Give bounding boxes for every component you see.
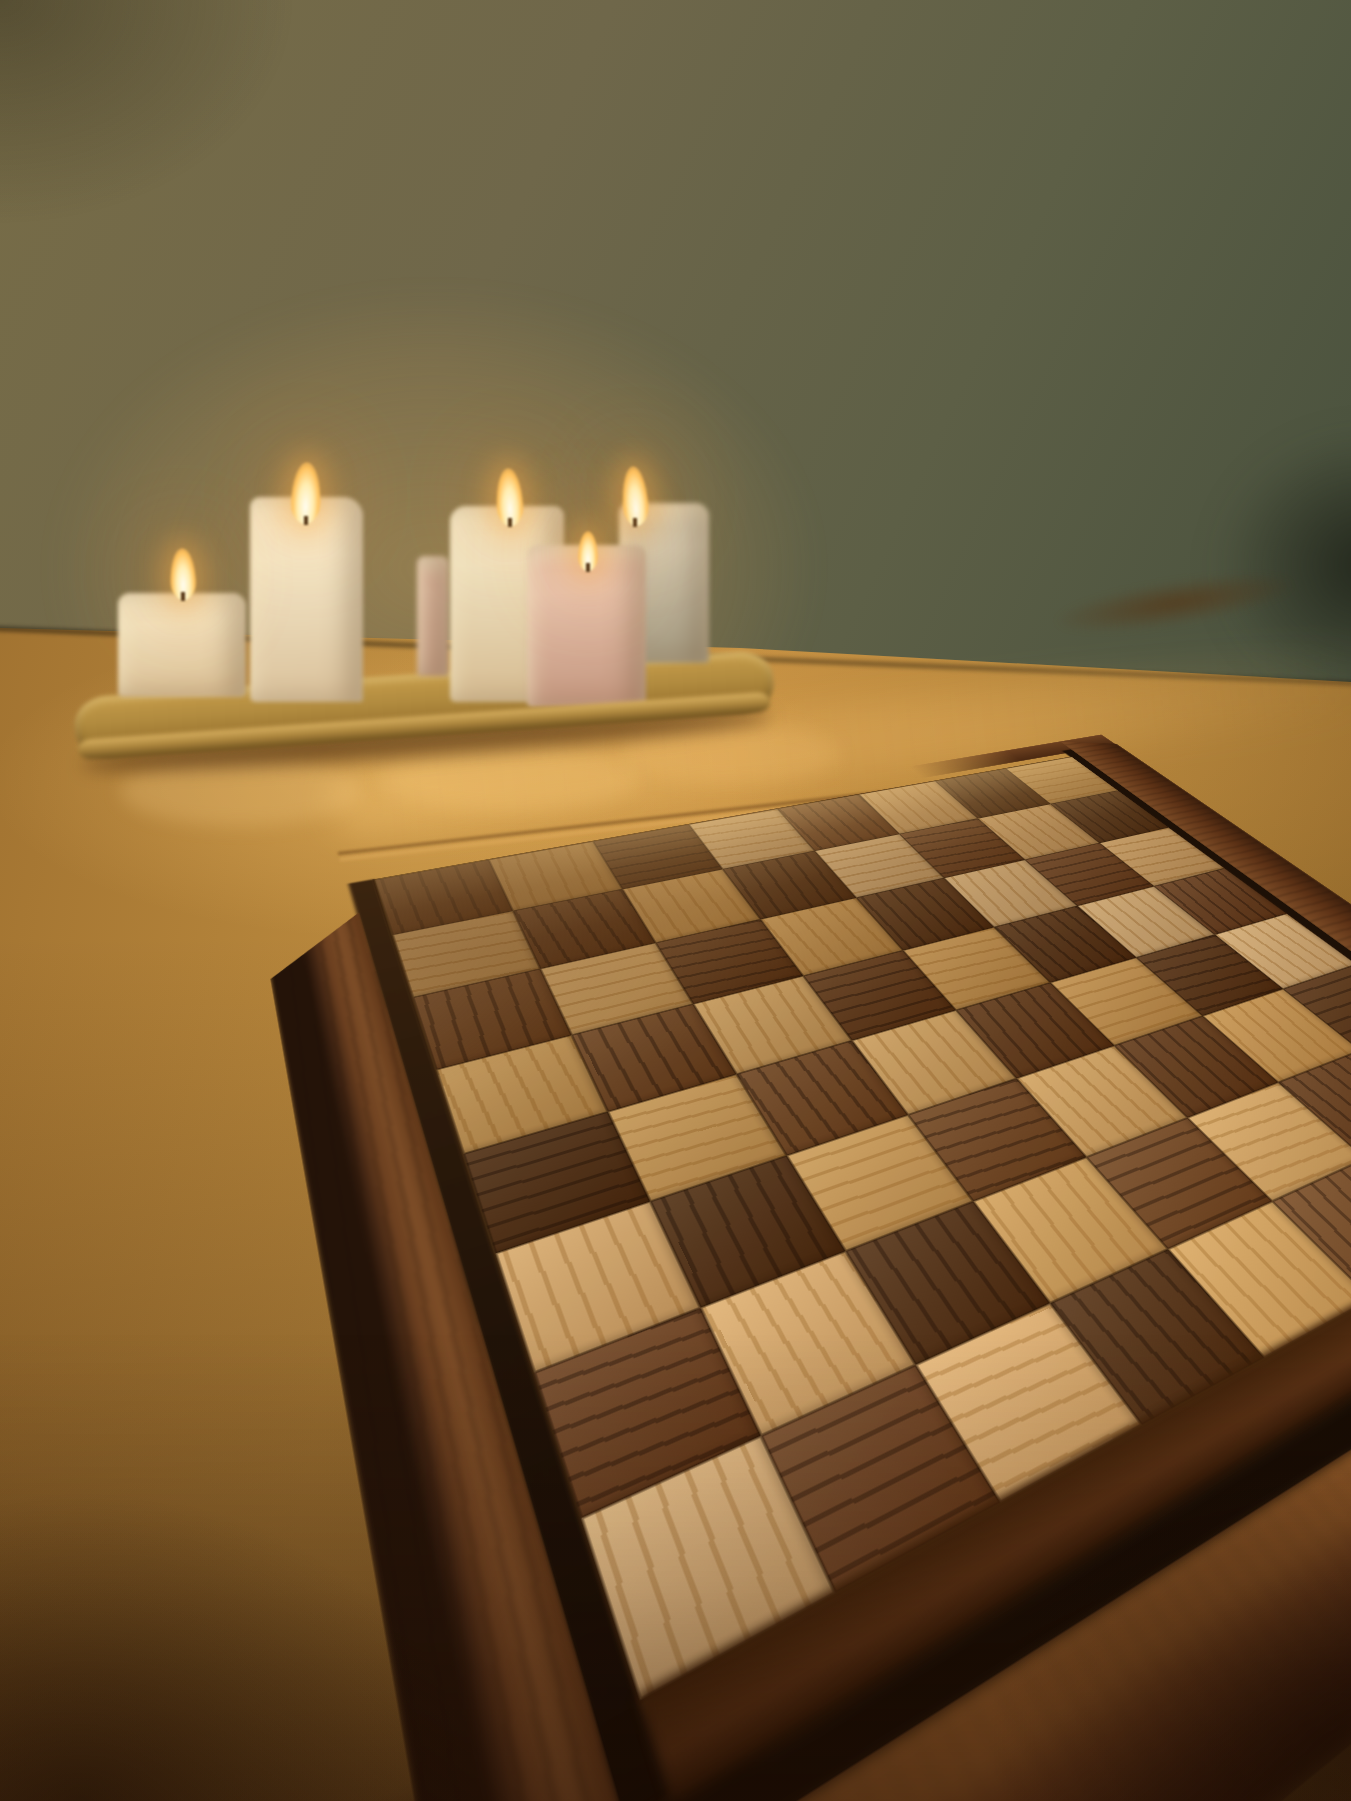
candle-pink-back	[417, 556, 449, 676]
candlelight-pool-2	[380, 748, 640, 812]
candle-tall-cream-wick	[304, 516, 308, 525]
chessboard-assembly	[180, 724, 1351, 1801]
candle-short-left-wick	[181, 592, 185, 601]
candle-gray-right-wick	[633, 518, 637, 527]
candle-tall-cream	[250, 497, 363, 702]
candlelit-chessboard-photo	[0, 0, 1351, 1801]
candle-pink-front-wick	[586, 563, 590, 572]
candle-mid-cream-wick	[508, 518, 512, 527]
candle-short-left	[118, 593, 246, 697]
